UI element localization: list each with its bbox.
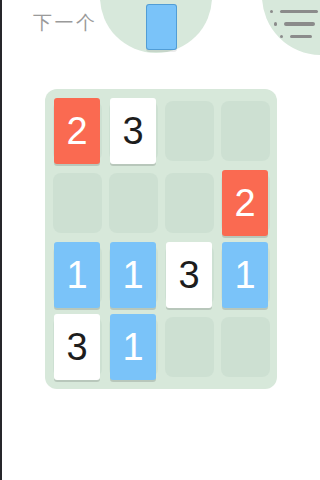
board-cell: 1 xyxy=(105,311,161,383)
menu-dot xyxy=(270,10,274,14)
board-grid[interactable]: 232113131 xyxy=(45,89,277,389)
board-cell: 1 xyxy=(105,239,161,311)
card-2[interactable]: 2 xyxy=(54,98,100,164)
screen-left-edge xyxy=(0,0,2,480)
card-1[interactable]: 1 xyxy=(110,314,156,380)
menu-dot xyxy=(280,35,284,39)
empty-slot xyxy=(165,101,214,161)
next-card-preview xyxy=(146,4,177,50)
card-3[interactable]: 3 xyxy=(110,98,156,164)
card-1[interactable]: 1 xyxy=(222,242,268,308)
board-cell: 1 xyxy=(217,239,273,311)
card-3[interactable]: 3 xyxy=(54,314,100,380)
card-2[interactable]: 2 xyxy=(222,170,268,236)
empty-slot xyxy=(221,101,270,161)
next-card-label: 下一个 xyxy=(33,12,98,34)
empty-slot xyxy=(53,173,102,233)
board-cell xyxy=(105,167,161,239)
board-cell xyxy=(161,95,217,167)
board-cell xyxy=(161,311,217,383)
menu-list-icon[interactable] xyxy=(268,8,320,42)
empty-slot xyxy=(109,173,158,233)
board-cell: 3 xyxy=(105,95,161,167)
empty-slot xyxy=(165,317,214,377)
board-cell xyxy=(161,167,217,239)
card-1[interactable]: 1 xyxy=(54,242,100,308)
board-cell: 2 xyxy=(49,95,105,167)
board-cell xyxy=(217,311,273,383)
board-cell: 2 xyxy=(217,167,273,239)
card-3[interactable]: 3 xyxy=(166,242,212,308)
empty-slot xyxy=(221,317,270,377)
menu-bar xyxy=(284,22,315,26)
board-cell xyxy=(49,167,105,239)
menu-bar xyxy=(280,10,318,14)
board-cell: 3 xyxy=(161,239,217,311)
board-cell: 3 xyxy=(49,311,105,383)
menu-bar xyxy=(290,35,312,39)
board-cell: 1 xyxy=(49,239,105,311)
card-1[interactable]: 1 xyxy=(110,242,156,308)
menu-dot xyxy=(274,22,278,26)
board-cell xyxy=(217,95,273,167)
empty-slot xyxy=(165,173,214,233)
